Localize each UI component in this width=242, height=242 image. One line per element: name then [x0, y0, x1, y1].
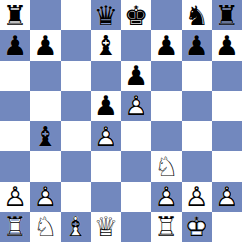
square-f2[interactable]: ♟♙ [151, 182, 181, 212]
square-h2[interactable]: ♟♙ [212, 182, 242, 212]
square-c5[interactable] [61, 91, 91, 121]
white-pawn[interactable]: ♙ [91, 121, 121, 151]
white-bishop-fill: ♝ [61, 212, 91, 242]
square-a3[interactable] [0, 151, 30, 181]
black-bishop[interactable]: ♝ [91, 30, 121, 60]
square-d1[interactable]: ♛♕ [91, 212, 121, 242]
square-g4[interactable] [182, 121, 212, 151]
square-h7[interactable]: ♟ [212, 30, 242, 60]
square-g8[interactable]: ♞ [182, 0, 212, 30]
square-e2[interactable] [121, 182, 151, 212]
square-c1[interactable]: ♝♗ [61, 212, 91, 242]
square-e6[interactable]: ♟ [121, 61, 151, 91]
square-h5[interactable] [212, 91, 242, 121]
square-d7[interactable]: ♝ [91, 30, 121, 60]
square-g5[interactable] [182, 91, 212, 121]
black-pawn[interactable]: ♟ [182, 30, 212, 60]
white-rook-fill: ♜ [151, 212, 181, 242]
white-rook[interactable]: ♖ [0, 212, 30, 242]
white-knight[interactable]: ♘ [30, 212, 60, 242]
black-rook[interactable]: ♜ [212, 0, 242, 30]
square-d8[interactable]: ♛ [91, 0, 121, 30]
square-f4[interactable] [151, 121, 181, 151]
square-h4[interactable] [212, 121, 242, 151]
square-a2[interactable]: ♟♙ [0, 182, 30, 212]
white-pawn-fill: ♟ [91, 121, 121, 151]
square-g3[interactable] [182, 151, 212, 181]
black-pawn[interactable]: ♟ [212, 30, 242, 60]
white-queen-fill: ♛ [91, 212, 121, 242]
white-rook[interactable]: ♖ [151, 212, 181, 242]
square-e3[interactable] [121, 151, 151, 181]
square-e4[interactable] [121, 121, 151, 151]
square-e5[interactable]: ♟♙ [121, 91, 151, 121]
white-rook-fill: ♜ [0, 212, 30, 242]
square-c7[interactable] [61, 30, 91, 60]
white-king-fill: ♚ [182, 212, 212, 242]
square-e7[interactable] [121, 30, 151, 60]
black-knight[interactable]: ♞ [182, 0, 212, 30]
chess-board: ♜♛♚♞♜♟♟♝♟♟♟♟♟♟♙♝♟♙♞♘♟♙♟♙♟♙♟♙♟♙♜♖♞♘♝♗♛♕♜♖… [0, 0, 242, 242]
white-pawn[interactable]: ♙ [151, 182, 181, 212]
square-b1[interactable]: ♞♘ [30, 212, 60, 242]
square-b7[interactable]: ♟ [30, 30, 60, 60]
square-b5[interactable] [30, 91, 60, 121]
square-g7[interactable]: ♟ [182, 30, 212, 60]
black-pawn[interactable]: ♟ [121, 61, 151, 91]
square-h1[interactable] [212, 212, 242, 242]
white-pawn[interactable]: ♙ [212, 182, 242, 212]
square-c8[interactable] [61, 0, 91, 30]
square-g6[interactable] [182, 61, 212, 91]
black-pawn[interactable]: ♟ [151, 30, 181, 60]
square-f8[interactable] [151, 0, 181, 30]
square-a8[interactable]: ♜ [0, 0, 30, 30]
white-pawn[interactable]: ♙ [182, 182, 212, 212]
square-c4[interactable] [61, 121, 91, 151]
black-king[interactable]: ♚ [121, 0, 151, 30]
white-king[interactable]: ♔ [182, 212, 212, 242]
square-f1[interactable]: ♜♖ [151, 212, 181, 242]
black-pawn[interactable]: ♟ [30, 30, 60, 60]
black-pawn[interactable]: ♟ [91, 91, 121, 121]
square-c6[interactable] [61, 61, 91, 91]
square-c2[interactable] [61, 182, 91, 212]
white-pawn[interactable]: ♙ [30, 182, 60, 212]
black-rook[interactable]: ♜ [0, 0, 30, 30]
square-g2[interactable]: ♟♙ [182, 182, 212, 212]
white-pawn-fill: ♟ [121, 91, 151, 121]
square-f5[interactable] [151, 91, 181, 121]
square-d6[interactable] [91, 61, 121, 91]
square-d4[interactable]: ♟♙ [91, 121, 121, 151]
white-pawn[interactable]: ♙ [0, 182, 30, 212]
square-b2[interactable]: ♟♙ [30, 182, 60, 212]
white-knight-fill: ♞ [30, 212, 60, 242]
square-e1[interactable] [121, 212, 151, 242]
square-h8[interactable]: ♜ [212, 0, 242, 30]
white-knight[interactable]: ♘ [151, 151, 181, 181]
square-b6[interactable] [30, 61, 60, 91]
white-pawn-fill: ♟ [151, 182, 181, 212]
white-bishop[interactable]: ♗ [61, 212, 91, 242]
square-b4[interactable]: ♝ [30, 121, 60, 151]
square-b8[interactable] [30, 0, 60, 30]
black-queen[interactable]: ♛ [91, 0, 121, 30]
white-knight-fill: ♞ [151, 151, 181, 181]
square-f3[interactable]: ♞♘ [151, 151, 181, 181]
square-g1[interactable]: ♚♔ [182, 212, 212, 242]
square-c3[interactable] [61, 151, 91, 181]
black-pawn[interactable]: ♟ [0, 30, 30, 60]
black-bishop[interactable]: ♝ [30, 121, 60, 151]
white-pawn-fill: ♟ [212, 182, 242, 212]
white-pawn-fill: ♟ [30, 182, 60, 212]
square-a5[interactable] [0, 91, 30, 121]
white-pawn-fill: ♟ [0, 182, 30, 212]
square-d2[interactable] [91, 182, 121, 212]
square-d5[interactable]: ♟ [91, 91, 121, 121]
square-h6[interactable] [212, 61, 242, 91]
white-pawn-fill: ♟ [182, 182, 212, 212]
square-a4[interactable] [0, 121, 30, 151]
square-h3[interactable] [212, 151, 242, 181]
square-e8[interactable]: ♚ [121, 0, 151, 30]
square-d3[interactable] [91, 151, 121, 181]
square-f6[interactable] [151, 61, 181, 91]
square-a7[interactable]: ♟ [0, 30, 30, 60]
square-a6[interactable] [0, 61, 30, 91]
white-pawn[interactable]: ♙ [121, 91, 151, 121]
square-f7[interactable]: ♟ [151, 30, 181, 60]
square-b3[interactable] [30, 151, 60, 181]
square-a1[interactable]: ♜♖ [0, 212, 30, 242]
white-queen[interactable]: ♕ [91, 212, 121, 242]
